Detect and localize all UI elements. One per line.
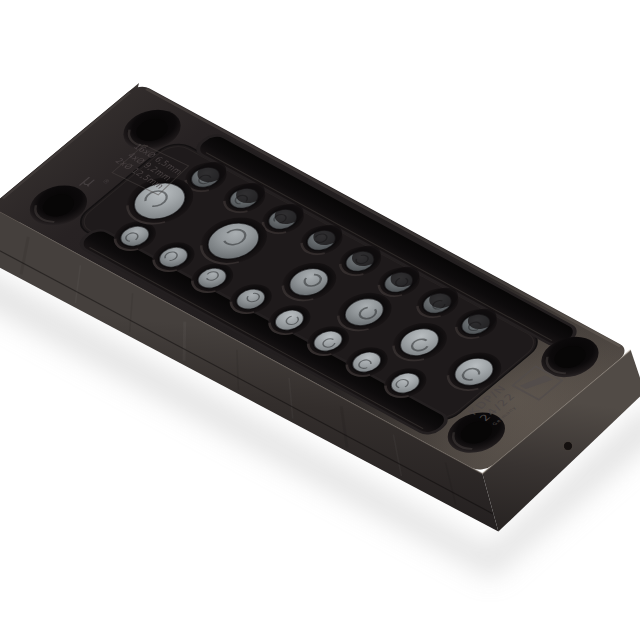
injection-pin-mark	[564, 442, 573, 451]
product-photo: 16xØ 6,5mm 4xØ 9,2mm 2xØ 12,5mm µ ® KDP/…	[0, 0, 640, 640]
photo-canvas: 16xØ 6,5mm 4xØ 9,2mm 2xØ 12,5mm µ ® KDP/…	[0, 0, 640, 640]
